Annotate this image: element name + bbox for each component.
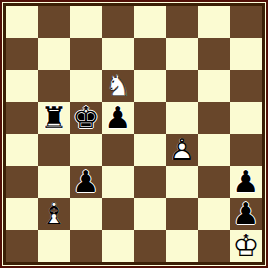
square-b3[interactable] xyxy=(38,166,70,198)
square-c3[interactable]: ♟ xyxy=(70,166,102,198)
square-d6[interactable]: ♞♘ xyxy=(102,70,134,102)
square-a7[interactable] xyxy=(6,38,38,70)
square-c5[interactable]: ♚ xyxy=(70,102,102,134)
square-g4[interactable] xyxy=(198,134,230,166)
square-c7[interactable] xyxy=(70,38,102,70)
square-g2[interactable] xyxy=(198,198,230,230)
board-border-gap: ♞♘♜♚♟♟♙♟♟♝♗♟♚♔ xyxy=(2,2,266,266)
square-d8[interactable] xyxy=(102,6,134,38)
black-king[interactable]: ♚ xyxy=(70,102,102,134)
square-f1[interactable] xyxy=(166,230,198,262)
square-b1[interactable] xyxy=(38,230,70,262)
square-c1[interactable] xyxy=(70,230,102,262)
square-d5[interactable]: ♟ xyxy=(102,102,134,134)
square-f2[interactable] xyxy=(166,198,198,230)
black-rook[interactable]: ♜ xyxy=(38,102,70,134)
square-h7[interactable] xyxy=(230,38,262,70)
square-e5[interactable] xyxy=(134,102,166,134)
board-outer-border: ♞♘♜♚♟♟♙♟♟♝♗♟♚♔ xyxy=(0,0,268,268)
black-pawn[interactable]: ♟ xyxy=(230,198,262,230)
square-c8[interactable] xyxy=(70,6,102,38)
square-d3[interactable] xyxy=(102,166,134,198)
square-g1[interactable] xyxy=(198,230,230,262)
board-inner-border: ♞♘♜♚♟♟♙♟♟♝♗♟♚♔ xyxy=(3,3,265,265)
square-b4[interactable] xyxy=(38,134,70,166)
white-knight-outline-glyph: ♘ xyxy=(102,70,134,102)
square-f4[interactable]: ♟♙ xyxy=(166,134,198,166)
white-king-outline-glyph: ♔ xyxy=(230,230,262,262)
square-a8[interactable] xyxy=(6,6,38,38)
square-a5[interactable] xyxy=(6,102,38,134)
square-f7[interactable] xyxy=(166,38,198,70)
square-f5[interactable] xyxy=(166,102,198,134)
white-king[interactable]: ♚♔ xyxy=(230,230,262,262)
square-d7[interactable] xyxy=(102,38,134,70)
white-bishop-outline-glyph: ♗ xyxy=(38,198,70,230)
square-h1[interactable]: ♚♔ xyxy=(230,230,262,262)
white-bishop[interactable]: ♝♗ xyxy=(38,198,70,230)
square-d4[interactable] xyxy=(102,134,134,166)
square-a3[interactable] xyxy=(6,166,38,198)
square-f6[interactable] xyxy=(166,70,198,102)
square-a1[interactable] xyxy=(6,230,38,262)
square-h2[interactable]: ♟ xyxy=(230,198,262,230)
square-e2[interactable] xyxy=(134,198,166,230)
square-g5[interactable] xyxy=(198,102,230,134)
square-d2[interactable] xyxy=(102,198,134,230)
square-e8[interactable] xyxy=(134,6,166,38)
black-pawn[interactable]: ♟ xyxy=(70,166,102,198)
square-c2[interactable] xyxy=(70,198,102,230)
square-e7[interactable] xyxy=(134,38,166,70)
square-g6[interactable] xyxy=(198,70,230,102)
square-a2[interactable] xyxy=(6,198,38,230)
square-b2[interactable]: ♝♗ xyxy=(38,198,70,230)
black-pawn[interactable]: ♟ xyxy=(230,166,262,198)
black-pawn[interactable]: ♟ xyxy=(102,102,134,134)
square-c6[interactable] xyxy=(70,70,102,102)
square-g3[interactable] xyxy=(198,166,230,198)
square-f3[interactable] xyxy=(166,166,198,198)
square-h3[interactable]: ♟ xyxy=(230,166,262,198)
square-e1[interactable] xyxy=(134,230,166,262)
white-pawn-outline-glyph: ♙ xyxy=(166,134,198,166)
square-b5[interactable]: ♜ xyxy=(38,102,70,134)
square-f8[interactable] xyxy=(166,6,198,38)
square-c4[interactable] xyxy=(70,134,102,166)
square-b7[interactable] xyxy=(38,38,70,70)
square-e4[interactable] xyxy=(134,134,166,166)
square-h8[interactable] xyxy=(230,6,262,38)
white-knight[interactable]: ♞♘ xyxy=(102,70,134,102)
square-g7[interactable] xyxy=(198,38,230,70)
square-e3[interactable] xyxy=(134,166,166,198)
square-a4[interactable] xyxy=(6,134,38,166)
square-e6[interactable] xyxy=(134,70,166,102)
white-pawn[interactable]: ♟♙ xyxy=(166,134,198,166)
square-h4[interactable] xyxy=(230,134,262,166)
square-d1[interactable] xyxy=(102,230,134,262)
square-b8[interactable] xyxy=(38,6,70,38)
chessboard: ♞♘♜♚♟♟♙♟♟♝♗♟♚♔ xyxy=(6,6,262,262)
square-h5[interactable] xyxy=(230,102,262,134)
square-g8[interactable] xyxy=(198,6,230,38)
square-a6[interactable] xyxy=(6,70,38,102)
square-b6[interactable] xyxy=(38,70,70,102)
square-h6[interactable] xyxy=(230,70,262,102)
